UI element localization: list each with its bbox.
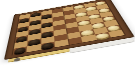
board-square[interactable] xyxy=(108,30,125,38)
dark-piece[interactable] xyxy=(42,42,54,49)
board-rotation-wrapper xyxy=(0,0,130,68)
board-grid xyxy=(13,1,125,55)
dark-piece[interactable] xyxy=(14,47,26,54)
board-perspective-wrapper xyxy=(4,0,135,60)
hinge-knob xyxy=(14,58,20,62)
photo-scene xyxy=(9,0,121,68)
light-piece[interactable] xyxy=(96,33,109,40)
board-square[interactable] xyxy=(27,44,41,52)
board-square[interactable] xyxy=(68,37,83,45)
checkers-board xyxy=(4,0,135,60)
board-square[interactable] xyxy=(54,39,68,47)
board-square[interactable] xyxy=(13,46,28,55)
board-square[interactable] xyxy=(41,41,55,49)
